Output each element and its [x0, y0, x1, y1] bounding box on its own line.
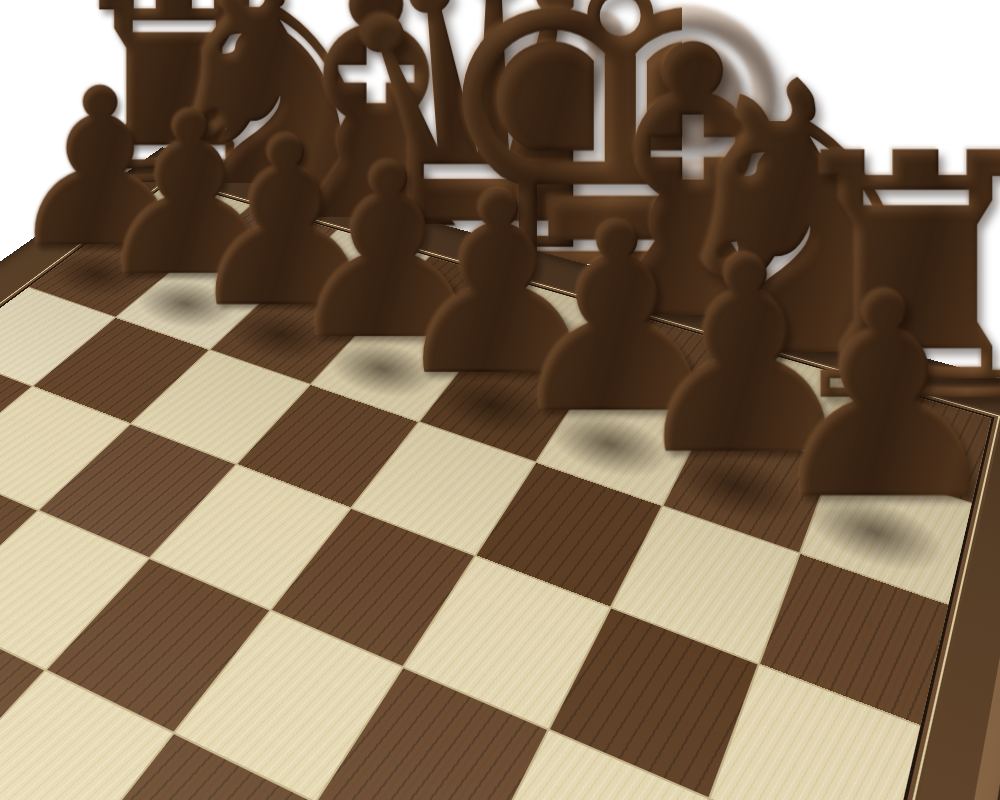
square-e5[interactable]	[272, 509, 474, 666]
square-d5[interactable]	[151, 465, 350, 609]
board-squares: ♜♞♝♛♚♝♞♜♟♟♟♟♟♟♟♟	[0, 182, 991, 800]
board-frame: ♜♞♝♛♚♝♞♜♟♟♟♟♟♟♟♟	[0, 147, 1000, 800]
piece-h7-black-pawn[interactable]: ♟	[724, 256, 1000, 539]
product-photo-scene: ♜♞♝♛♚♝♞♜♟♟♟♟♟♟♟♟	[0, 0, 1000, 800]
square-h7[interactable]: ♟	[801, 461, 972, 604]
chess-board: ♜♞♝♛♚♝♞♜♟♟♟♟♟♟♟♟	[0, 147, 1000, 800]
